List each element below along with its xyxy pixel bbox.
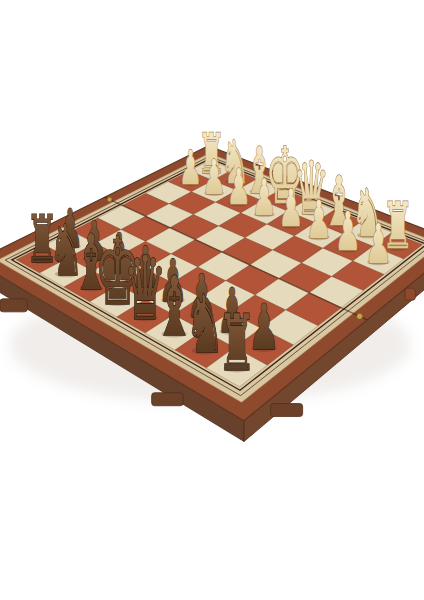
- svg-text:♟: ♟: [365, 212, 392, 275]
- svg-text:♜: ♜: [218, 298, 257, 388]
- piece-white-pawn-g2[interactable]: ♟: [202, 149, 226, 205]
- piece-white-pawn-f2[interactable]: ♟: [226, 159, 251, 216]
- piece-white-pawn-h2[interactable]: ♟: [179, 140, 203, 196]
- piece-white-pawn-b2[interactable]: ♟: [335, 201, 362, 263]
- piece-dark-rook-a8[interactable]: ♜: [218, 298, 257, 388]
- svg-text:♟: ♟: [252, 168, 277, 227]
- svg-text:♟: ♟: [278, 178, 304, 239]
- hinge-icon: [107, 197, 111, 201]
- chess-board-photo: ♜♞♟♝♟♚♟♛♟♝♟♞♟♟♜♟♟♜♟♟♞♟♝♟♚♟♛♟♝♟♞♜: [0, 0, 424, 600]
- board-foot: [0, 299, 27, 312]
- piece-white-pawn-e2[interactable]: ♟: [252, 168, 277, 227]
- svg-text:♟: ♟: [179, 140, 203, 196]
- product-photo-background: ♜♞♟♝♟♚♟♛♟♝♟♞♟♟♜♟♟♜♟♟♞♟♝♟♚♟♛♟♝♟♞♜: [0, 0, 424, 600]
- piece-white-pawn-a2[interactable]: ♟: [365, 212, 392, 275]
- svg-text:♟: ♟: [306, 190, 332, 251]
- svg-text:♟: ♟: [202, 149, 226, 205]
- hinge-icon: [357, 313, 363, 319]
- board-foot: [271, 404, 303, 417]
- svg-text:♟: ♟: [335, 201, 362, 263]
- svg-text:♟: ♟: [226, 159, 251, 216]
- board-foot: [152, 393, 184, 406]
- board-clasp: [405, 288, 415, 300]
- piece-white-pawn-c2[interactable]: ♟: [306, 190, 332, 251]
- piece-white-pawn-d2[interactable]: ♟: [278, 178, 304, 239]
